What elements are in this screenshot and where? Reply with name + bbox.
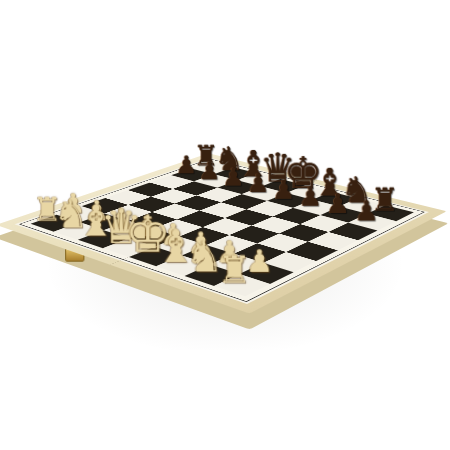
chess-set-photo: ♜♞♝♛♚♝♞♜♟♟♟♟♟♟♟♟♟♟♟♟♟♟♟♟♜♞♝♛♚♝♞♜ <box>0 0 450 450</box>
brass-clasp-icon <box>65 248 84 262</box>
black-pawn-f7: ♟ <box>299 183 323 209</box>
black-pawn-b7: ♟ <box>199 158 221 183</box>
square-h1: ♜ <box>214 274 270 296</box>
black-pawn-d7: ♟ <box>247 170 270 196</box>
white-rook-h1: ♜ <box>218 251 252 289</box>
black-pawn-e7: ♟ <box>272 177 295 203</box>
square-g5 <box>279 224 328 242</box>
black-pawn-c7: ♟ <box>222 164 244 189</box>
black-pawn-g7: ♟ <box>326 190 350 217</box>
black-pawn-h7: ♟ <box>354 197 379 224</box>
black-pawn-a7: ♟ <box>176 153 198 177</box>
